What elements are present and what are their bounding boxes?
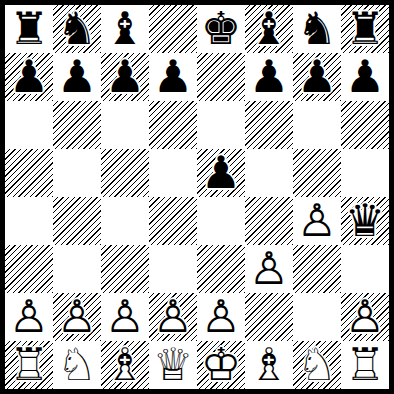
piece-black-knight[interactable]: ♞♞ xyxy=(53,5,101,53)
square-b2[interactable]: ♟♙ xyxy=(53,293,101,341)
white-king-glyph: ♔ xyxy=(197,341,245,389)
piece-white-pawn[interactable]: ♟♙ xyxy=(341,293,389,341)
piece-white-pawn[interactable]: ♟♙ xyxy=(101,293,149,341)
white-pawn-glyph: ♙ xyxy=(197,293,245,341)
white-pawn-glyph: ♙ xyxy=(53,293,101,341)
piece-white-pawn[interactable]: ♟♙ xyxy=(5,293,53,341)
piece-black-pawn[interactable]: ♟♟ xyxy=(5,53,53,101)
black-pawn-glyph: ♟ xyxy=(53,53,101,101)
white-pawn-glyph: ♙ xyxy=(341,293,389,341)
square-c6[interactable] xyxy=(101,101,149,149)
square-e2[interactable]: ♟♙ xyxy=(197,293,245,341)
square-b3[interactable] xyxy=(53,245,101,293)
square-b7[interactable]: ♟♟ xyxy=(53,53,101,101)
piece-white-knight[interactable]: ♞♘ xyxy=(293,341,341,389)
square-d2[interactable]: ♟♙ xyxy=(149,293,197,341)
piece-white-pawn[interactable]: ♟♙ xyxy=(245,245,293,293)
square-e7[interactable] xyxy=(197,53,245,101)
black-pawn-glyph: ♟ xyxy=(341,53,389,101)
square-a2[interactable]: ♟♙ xyxy=(5,293,53,341)
black-pawn-glyph: ♟ xyxy=(149,53,197,101)
square-h8[interactable]: ♜♜ xyxy=(341,5,389,53)
black-knight-glyph: ♞ xyxy=(53,5,101,53)
piece-black-king[interactable]: ♚♚ xyxy=(197,5,245,53)
piece-white-queen[interactable]: ♛♕ xyxy=(149,341,197,389)
square-d3[interactable] xyxy=(149,245,197,293)
square-d5[interactable] xyxy=(149,149,197,197)
black-pawn-glyph: ♟ xyxy=(293,53,341,101)
white-pawn-glyph: ♙ xyxy=(5,293,53,341)
piece-white-rook[interactable]: ♜♖ xyxy=(341,341,389,389)
square-c8[interactable]: ♝♝ xyxy=(101,5,149,53)
square-a1[interactable]: ♜♖ xyxy=(5,341,53,389)
piece-white-pawn[interactable]: ♟♙ xyxy=(197,293,245,341)
square-b5[interactable] xyxy=(53,149,101,197)
chess-board: ♜♜♞♞♝♝♚♚♝♝♞♞♜♜♟♟♟♟♟♟♟♟♟♟♟♟♟♟♟♟♟♙♛♛♟♙♟♙♟♙… xyxy=(5,5,389,389)
square-c1[interactable]: ♝♗ xyxy=(101,341,149,389)
square-f3[interactable]: ♟♙ xyxy=(245,245,293,293)
square-e3[interactable] xyxy=(197,245,245,293)
piece-black-queen[interactable]: ♛♛ xyxy=(341,197,389,245)
white-knight-glyph: ♘ xyxy=(293,341,341,389)
square-b1[interactable]: ♞♘ xyxy=(53,341,101,389)
white-pawn-glyph: ♙ xyxy=(245,245,293,293)
white-queen-glyph: ♕ xyxy=(149,341,197,389)
square-f1[interactable]: ♝♗ xyxy=(245,341,293,389)
piece-white-rook[interactable]: ♜♖ xyxy=(5,341,53,389)
black-pawn-glyph: ♟ xyxy=(101,53,149,101)
square-h2[interactable]: ♟♙ xyxy=(341,293,389,341)
piece-black-pawn[interactable]: ♟♟ xyxy=(341,53,389,101)
square-e8[interactable]: ♚♚ xyxy=(197,5,245,53)
piece-white-pawn[interactable]: ♟♙ xyxy=(293,197,341,245)
black-bishop-glyph: ♝ xyxy=(101,5,149,53)
piece-black-pawn[interactable]: ♟♟ xyxy=(245,53,293,101)
white-rook-glyph: ♖ xyxy=(5,341,53,389)
square-a8[interactable]: ♜♜ xyxy=(5,5,53,53)
white-knight-glyph: ♘ xyxy=(53,341,101,389)
piece-white-pawn[interactable]: ♟♙ xyxy=(53,293,101,341)
white-bishop-glyph: ♗ xyxy=(101,341,149,389)
square-f6[interactable] xyxy=(245,101,293,149)
square-b6[interactable] xyxy=(53,101,101,149)
black-rook-glyph: ♜ xyxy=(341,5,389,53)
white-pawn-glyph: ♙ xyxy=(101,293,149,341)
square-c7[interactable]: ♟♟ xyxy=(101,53,149,101)
black-queen-glyph: ♛ xyxy=(341,197,389,245)
square-c5[interactable] xyxy=(101,149,149,197)
piece-white-king[interactable]: ♚♔ xyxy=(197,341,245,389)
square-e6[interactable] xyxy=(197,101,245,149)
square-h1[interactable]: ♜♖ xyxy=(341,341,389,389)
square-b8[interactable]: ♞♞ xyxy=(53,5,101,53)
piece-white-pawn[interactable]: ♟♙ xyxy=(149,293,197,341)
square-f4[interactable] xyxy=(245,197,293,245)
square-a5[interactable] xyxy=(5,149,53,197)
square-g6[interactable] xyxy=(293,101,341,149)
square-e5[interactable]: ♟♟ xyxy=(197,149,245,197)
piece-black-rook[interactable]: ♜♜ xyxy=(5,5,53,53)
square-h4[interactable]: ♛♛ xyxy=(341,197,389,245)
square-d8[interactable] xyxy=(149,5,197,53)
square-a7[interactable]: ♟♟ xyxy=(5,53,53,101)
square-e4[interactable] xyxy=(197,197,245,245)
square-h7[interactable]: ♟♟ xyxy=(341,53,389,101)
square-d4[interactable] xyxy=(149,197,197,245)
white-pawn-glyph: ♙ xyxy=(149,293,197,341)
square-g2[interactable] xyxy=(293,293,341,341)
piece-white-bishop[interactable]: ♝♗ xyxy=(245,341,293,389)
square-g5[interactable] xyxy=(293,149,341,197)
square-d1[interactable]: ♛♕ xyxy=(149,341,197,389)
square-g8[interactable]: ♞♞ xyxy=(293,5,341,53)
square-f7[interactable]: ♟♟ xyxy=(245,53,293,101)
square-d6[interactable] xyxy=(149,101,197,149)
square-h5[interactable] xyxy=(341,149,389,197)
black-knight-glyph: ♞ xyxy=(293,5,341,53)
piece-black-rook[interactable]: ♜♜ xyxy=(341,5,389,53)
square-e1[interactable]: ♚♔ xyxy=(197,341,245,389)
white-bishop-glyph: ♗ xyxy=(245,341,293,389)
piece-black-bishop[interactable]: ♝♝ xyxy=(245,5,293,53)
black-pawn-glyph: ♟ xyxy=(197,149,245,197)
square-b4[interactable] xyxy=(53,197,101,245)
piece-black-pawn[interactable]: ♟♟ xyxy=(53,53,101,101)
square-a3[interactable] xyxy=(5,245,53,293)
square-h3[interactable] xyxy=(341,245,389,293)
piece-white-bishop[interactable]: ♝♗ xyxy=(101,341,149,389)
piece-black-pawn[interactable]: ♟♟ xyxy=(101,53,149,101)
square-h6[interactable] xyxy=(341,101,389,149)
black-pawn-glyph: ♟ xyxy=(245,53,293,101)
black-rook-glyph: ♜ xyxy=(5,5,53,53)
white-pawn-glyph: ♙ xyxy=(293,197,341,245)
square-g1[interactable]: ♞♘ xyxy=(293,341,341,389)
chess-board-frame: ♜♜♞♞♝♝♚♚♝♝♞♞♜♜♟♟♟♟♟♟♟♟♟♟♟♟♟♟♟♟♟♙♛♛♟♙♟♙♟♙… xyxy=(0,0,394,394)
square-f8[interactable]: ♝♝ xyxy=(245,5,293,53)
square-a6[interactable] xyxy=(5,101,53,149)
square-g4[interactable]: ♟♙ xyxy=(293,197,341,245)
white-rook-glyph: ♖ xyxy=(341,341,389,389)
piece-black-knight[interactable]: ♞♞ xyxy=(293,5,341,53)
square-c2[interactable]: ♟♙ xyxy=(101,293,149,341)
piece-white-knight[interactable]: ♞♘ xyxy=(53,341,101,389)
piece-black-pawn[interactable]: ♟♟ xyxy=(149,53,197,101)
square-f2[interactable] xyxy=(245,293,293,341)
square-f5[interactable] xyxy=(245,149,293,197)
black-bishop-glyph: ♝ xyxy=(245,5,293,53)
piece-black-pawn[interactable]: ♟♟ xyxy=(197,149,245,197)
black-pawn-glyph: ♟ xyxy=(5,53,53,101)
black-king-glyph: ♚ xyxy=(197,5,245,53)
square-g7[interactable]: ♟♟ xyxy=(293,53,341,101)
square-c3[interactable] xyxy=(101,245,149,293)
square-a4[interactable] xyxy=(5,197,53,245)
square-c4[interactable] xyxy=(101,197,149,245)
square-d7[interactable]: ♟♟ xyxy=(149,53,197,101)
square-g3[interactable] xyxy=(293,245,341,293)
piece-black-bishop[interactable]: ♝♝ xyxy=(101,5,149,53)
piece-black-pawn[interactable]: ♟♟ xyxy=(293,53,341,101)
